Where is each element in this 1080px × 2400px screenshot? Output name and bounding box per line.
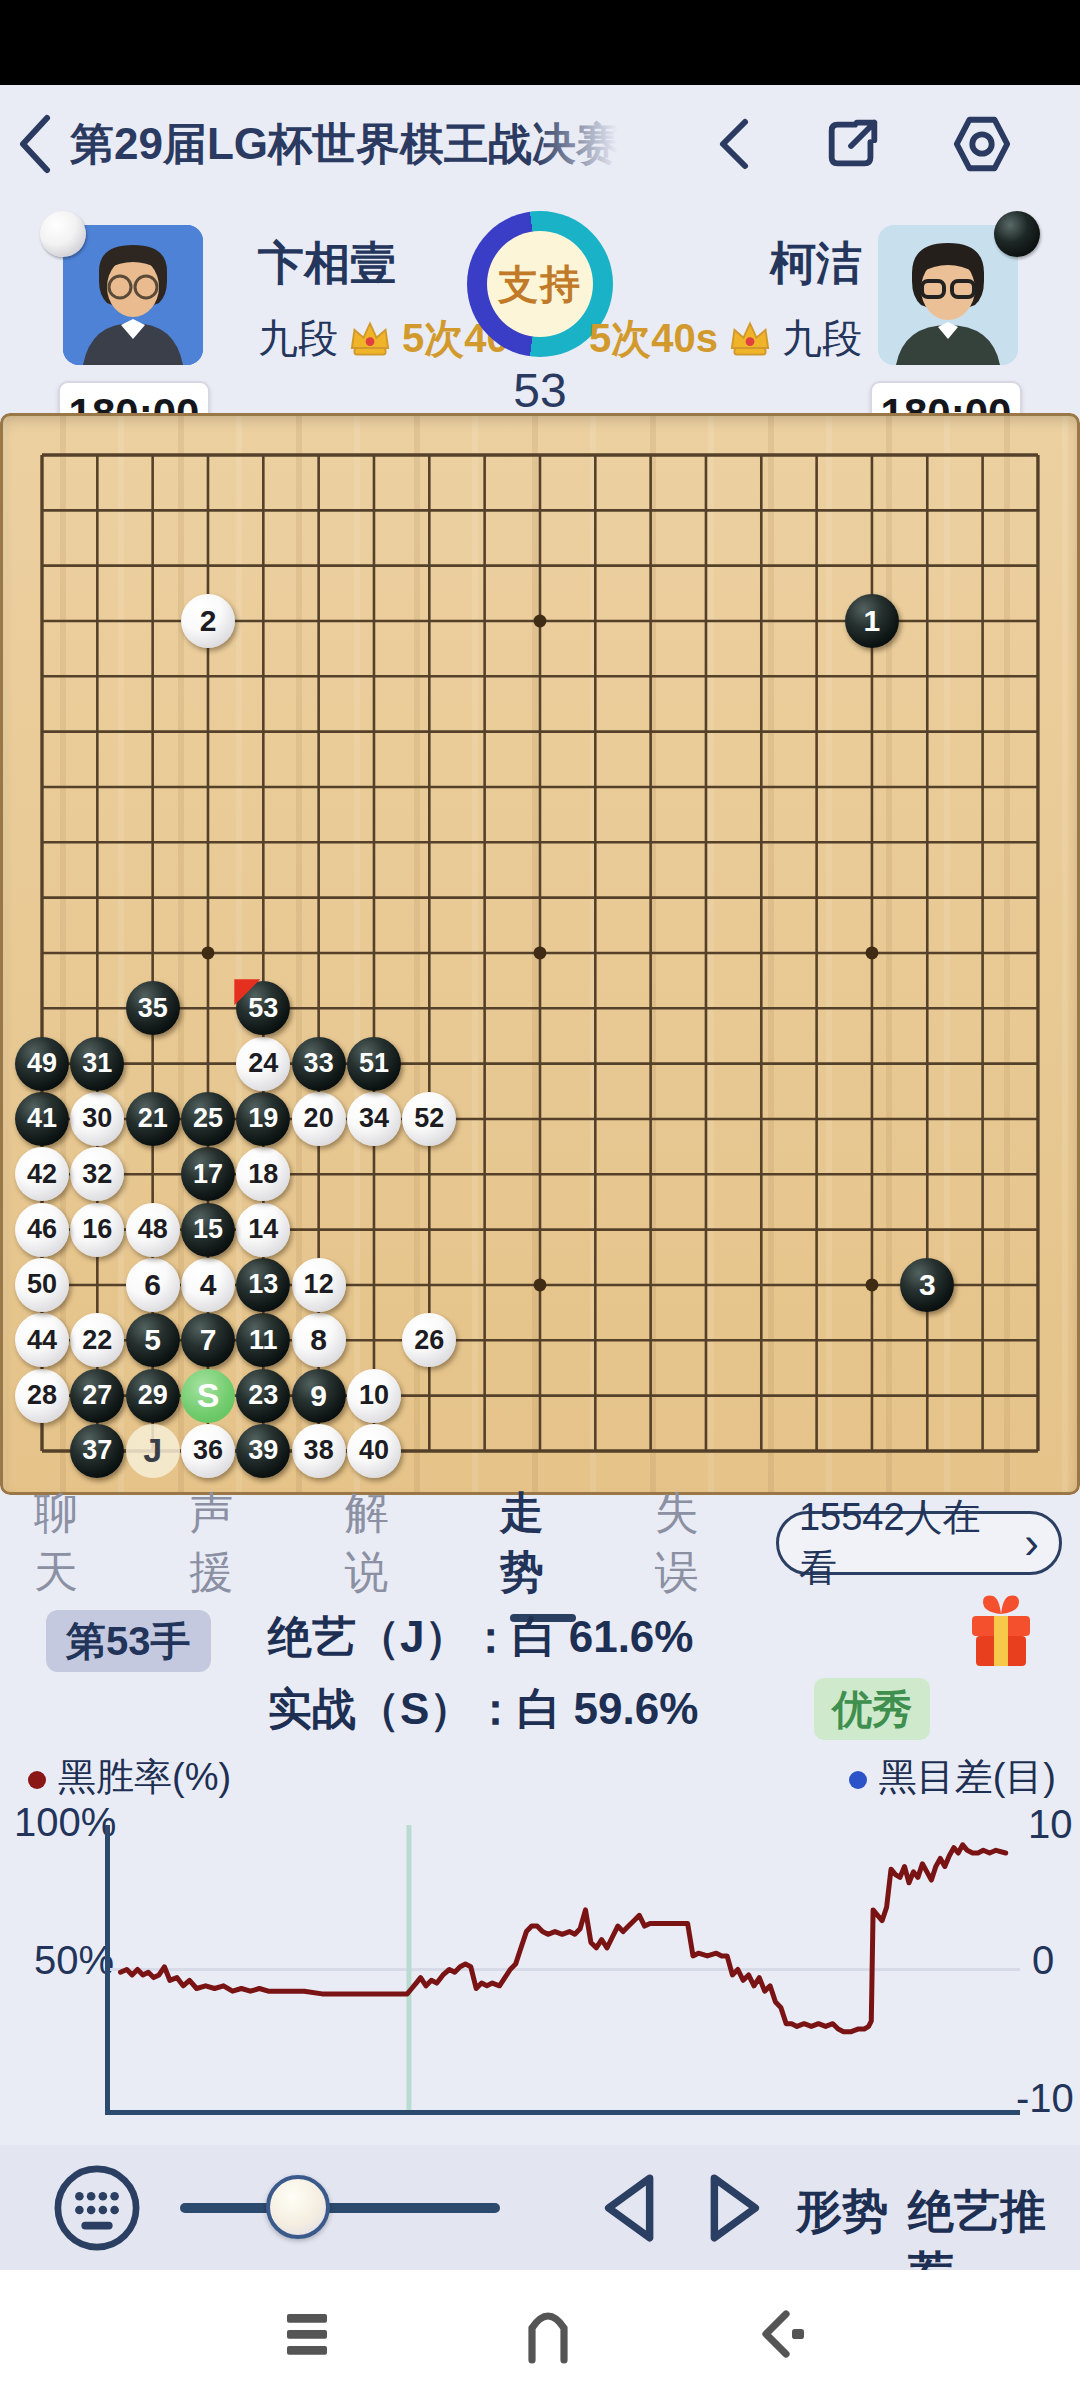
back-chevron-icon <box>23 118 47 170</box>
stone-black-15: 15 <box>181 1203 235 1257</box>
left-player-rank: 九段 <box>258 311 338 366</box>
stone-white-36: 36 <box>181 1424 235 1478</box>
go-board[interactable]: 1234567891011121314151617181920212223242… <box>0 413 1080 1495</box>
legend-score: 黑目差(目) <box>849 1752 1056 1803</box>
stone-black-13: 13 <box>236 1258 290 1312</box>
chevron-right-icon: › <box>1024 1518 1039 1568</box>
nav-back-icon[interactable] <box>758 2306 812 2362</box>
title-bar: 第29届LG杯世界棋王战决赛 <box>0 85 1080 203</box>
stone-black-1: 1 <box>845 594 899 648</box>
viewers-count: 15542人在看 <box>799 1492 1016 1594</box>
stone-black-19: 19 <box>236 1092 290 1146</box>
stone-black-29: 29 <box>126 1369 180 1423</box>
stone-white-52: 52 <box>402 1092 456 1146</box>
axis-100: 100% <box>14 1800 116 1845</box>
axis-50: 50% <box>34 1938 114 1983</box>
viewers-pill[interactable]: 15542人在看 › <box>776 1511 1062 1575</box>
move-slider[interactable] <box>180 2203 500 2213</box>
actual-move-marker-S: S <box>181 1369 235 1423</box>
stone-black-35: 35 <box>126 981 180 1035</box>
stone-black-5: 5 <box>126 1313 180 1367</box>
score-dot-icon <box>849 1771 867 1789</box>
stone-white-38: 38 <box>292 1424 346 1478</box>
stone-white-4: 4 <box>181 1258 235 1312</box>
stone-black-23: 23 <box>236 1369 290 1423</box>
title-fade <box>535 85 645 203</box>
stone-black-37: 37 <box>70 1424 124 1478</box>
right-player-sub: 5次40s 九段 <box>589 311 862 366</box>
stone-white-44: 44 <box>15 1313 69 1367</box>
stone-white-46: 46 <box>15 1203 69 1257</box>
prev-move-button[interactable] <box>590 2167 672 2249</box>
keyboard-icon[interactable] <box>52 2163 142 2253</box>
stone-black-25: 25 <box>181 1092 235 1146</box>
next-move-button[interactable] <box>692 2167 774 2249</box>
tab-bar: 聊天 声援 解说 走势 失误 15542人在看 › <box>0 1495 1080 1591</box>
winrate-chart[interactable] <box>105 1825 1020 2115</box>
gift-icon[interactable] <box>964 1592 1038 1674</box>
crown-icon <box>728 319 772 359</box>
stone-black-39: 39 <box>236 1424 290 1478</box>
move-number-badge: 第53手 <box>46 1610 211 1672</box>
analysis-panel: 第53手 绝艺（J）：白 61.6% 实战（S）：白 59.6% 优秀 <box>0 1600 1080 1750</box>
playback-controls: 形势 绝艺推荐 <box>0 2145 1080 2270</box>
black-stone-badge <box>994 211 1040 257</box>
stone-white-34: 34 <box>347 1092 401 1146</box>
winrate-curve <box>110 1825 1020 2110</box>
stone-black-27: 27 <box>70 1369 124 1423</box>
axis-0: 0 <box>1032 1938 1054 1983</box>
slider-thumb[interactable] <box>266 2175 330 2239</box>
left-player-name: 卞相壹 <box>258 233 396 295</box>
stone-black-49: 49 <box>15 1037 69 1091</box>
stone-white-48: 48 <box>126 1203 180 1257</box>
stone-white-28: 28 <box>15 1369 69 1423</box>
stone-white-6: 6 <box>126 1258 180 1312</box>
android-navbar <box>0 2270 1080 2400</box>
go-broadcast-app: 第29届LG杯世界棋王战决赛 <box>0 0 1080 2400</box>
stone-white-24: 24 <box>236 1037 290 1091</box>
stone-black-3: 3 <box>900 1258 954 1312</box>
stone-black-31: 31 <box>70 1037 124 1091</box>
recents-icon[interactable] <box>283 2308 331 2362</box>
stone-white-8: 8 <box>292 1313 346 1367</box>
tab-mistakes[interactable]: 失误 <box>655 1484 742 1602</box>
white-stone-badge <box>40 211 86 257</box>
back-button[interactable] <box>0 85 70 203</box>
status-bar <box>0 0 1080 85</box>
winrate-dot-icon <box>28 1771 46 1789</box>
stone-white-2: 2 <box>181 594 235 648</box>
stone-white-16: 16 <box>70 1203 124 1257</box>
stone-white-20: 20 <box>292 1092 346 1146</box>
share-icon[interactable] <box>822 113 884 175</box>
stone-black-41: 41 <box>15 1092 69 1146</box>
players-row: 卞相壹 九段 5次40s 180:00 支持 53 <box>0 203 1080 413</box>
tab-commentary[interactable]: 解说 <box>344 1484 431 1602</box>
stone-white-42: 42 <box>15 1147 69 1201</box>
tab-chat[interactable]: 聊天 <box>34 1484 121 1602</box>
stone-black-17: 17 <box>181 1147 235 1201</box>
avatar-left-player[interactable] <box>63 225 203 365</box>
title-wrap: 第29届LG杯世界棋王战决赛 <box>70 85 645 203</box>
ai-winrate-line: 绝艺（J）：白 61.6% <box>268 1608 693 1667</box>
stone-white-14: 14 <box>236 1203 290 1257</box>
stone-black-33: 33 <box>292 1037 346 1091</box>
stone-white-10: 10 <box>347 1369 401 1423</box>
move-quality-badge: 优秀 <box>814 1678 930 1740</box>
stone-white-50: 50 <box>15 1258 69 1312</box>
collapse-chevron-icon[interactable] <box>711 112 755 176</box>
record-icon[interactable] <box>950 113 1014 175</box>
support-button-label: 支持 <box>487 231 593 337</box>
crown-icon <box>348 319 392 359</box>
home-icon[interactable] <box>520 2304 576 2364</box>
chart-legend: 黑胜率(%) 黑目差(目) <box>0 1752 1080 1812</box>
stone-white-40: 40 <box>347 1424 401 1478</box>
ai-suggestion-marker-J: J <box>126 1424 180 1478</box>
move-count: 53 <box>467 363 613 418</box>
stone-black-9: 9 <box>292 1369 346 1423</box>
situation-button[interactable]: 形势 <box>796 2181 888 2243</box>
stone-black-51: 51 <box>347 1037 401 1091</box>
right-player-rank: 九段 <box>782 311 862 366</box>
tab-cheer[interactable]: 声援 <box>189 1484 276 1602</box>
legend-winrate: 黑胜率(%) <box>28 1752 231 1803</box>
stone-white-12: 12 <box>292 1258 346 1312</box>
actual-winrate-line: 实战（S）：白 59.6% <box>268 1680 698 1739</box>
right-player-byoyomi: 5次40s <box>589 311 718 366</box>
stone-white-30: 30 <box>70 1092 124 1146</box>
stone-black-7: 7 <box>181 1313 235 1367</box>
axis-neg10: -10 <box>1016 2076 1074 2121</box>
right-player-name: 柯洁 <box>770 233 862 295</box>
stone-black-21: 21 <box>126 1092 180 1146</box>
axis-10: 10 <box>1028 1802 1073 1847</box>
tab-trend[interactable]: 走势 <box>500 1484 587 1602</box>
